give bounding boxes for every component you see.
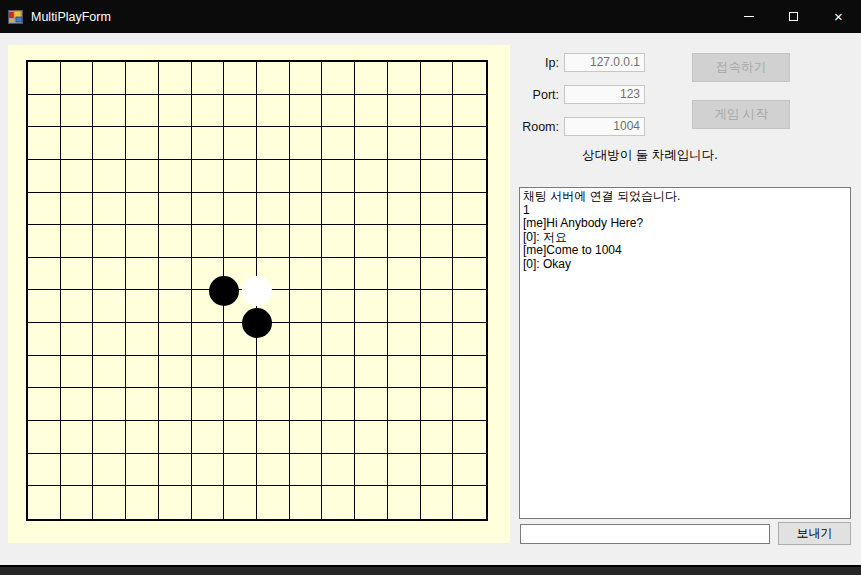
black-stone bbox=[242, 308, 272, 338]
minimize-button[interactable] bbox=[726, 0, 771, 33]
chat-message: [me]Come to 1004 bbox=[523, 244, 847, 258]
chat-message: [me]Hi Anybody Here? bbox=[523, 217, 847, 231]
stone-layer bbox=[28, 62, 486, 519]
port-label: Port: bbox=[479, 88, 559, 102]
minimize-icon bbox=[744, 16, 754, 17]
connect-button[interactable]: 접속하기 bbox=[692, 53, 790, 82]
maximize-icon bbox=[789, 12, 798, 21]
chat-message: [0]: 저요 bbox=[523, 231, 847, 245]
chat-message-input[interactable] bbox=[520, 524, 770, 544]
black-stone bbox=[209, 276, 239, 306]
room-label: Room: bbox=[479, 120, 559, 134]
omok-board[interactable] bbox=[26, 60, 488, 521]
chat-message: [0]: Okay bbox=[523, 258, 847, 272]
turn-status-label: 상대방이 둘 차례입니다. bbox=[520, 147, 780, 164]
chat-log[interactable]: 채팅 서버에 연결 되었습니다.1[me]Hi Anybody Here?[0]… bbox=[519, 187, 851, 519]
chat-message: 채팅 서버에 연결 되었습니다. bbox=[523, 190, 847, 204]
send-button[interactable]: 보내기 bbox=[778, 522, 851, 545]
title-bar: MultiPlayForm × bbox=[0, 0, 861, 33]
white-stone bbox=[242, 276, 272, 306]
port-input[interactable]: 123 bbox=[564, 85, 645, 104]
room-input[interactable]: 1004 bbox=[564, 117, 645, 136]
board-panel bbox=[8, 45, 510, 543]
chat-message: 1 bbox=[523, 204, 847, 218]
ip-label: Ip: bbox=[479, 56, 559, 70]
window-title: MultiPlayForm bbox=[31, 10, 111, 24]
game-start-button[interactable]: 게임 시작 bbox=[692, 100, 790, 129]
app-icon bbox=[8, 9, 24, 25]
ip-input[interactable]: 127.0.0.1 bbox=[564, 53, 645, 72]
background-strip bbox=[0, 567, 861, 575]
close-button[interactable]: × bbox=[816, 0, 861, 33]
close-icon: × bbox=[834, 9, 843, 24]
maximize-button[interactable] bbox=[771, 0, 816, 33]
